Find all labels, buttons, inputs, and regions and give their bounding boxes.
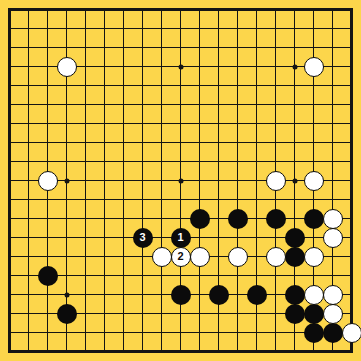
intersection-12-7[interactable] [209, 114, 228, 133]
intersection-15-16[interactable] [266, 285, 285, 304]
intersection-4-5[interactable] [57, 76, 76, 95]
intersection-3-19[interactable] [38, 342, 57, 361]
intersection-2-6[interactable] [19, 95, 38, 114]
intersection-2-3[interactable] [19, 38, 38, 57]
intersection-19-13[interactable] [342, 228, 361, 247]
intersection-2-13[interactable] [19, 228, 38, 247]
intersection-17-7[interactable] [304, 114, 323, 133]
intersection-9-5[interactable] [152, 76, 171, 95]
intersection-15-11[interactable] [266, 190, 285, 209]
intersection-10-12[interactable] [171, 209, 190, 228]
intersection-10-18[interactable] [171, 323, 190, 342]
intersection-16-15[interactable] [285, 266, 304, 285]
intersection-17-19[interactable] [304, 342, 323, 361]
intersection-2-15[interactable] [19, 266, 38, 285]
intersection-6-8[interactable] [95, 133, 114, 152]
intersection-7-1[interactable] [114, 0, 133, 19]
intersection-7-7[interactable] [114, 114, 133, 133]
intersection-19-4[interactable] [342, 57, 361, 76]
intersection-14-13[interactable] [247, 228, 266, 247]
intersection-19-9[interactable] [342, 152, 361, 171]
intersection-16-3[interactable] [285, 38, 304, 57]
intersection-18-8[interactable] [323, 133, 342, 152]
intersection-12-9[interactable] [209, 152, 228, 171]
intersection-6-5[interactable] [95, 76, 114, 95]
intersection-1-6[interactable] [0, 95, 19, 114]
intersection-11-2[interactable] [190, 19, 209, 38]
intersection-10-9[interactable] [171, 152, 190, 171]
intersection-9-13[interactable] [152, 228, 171, 247]
intersection-14-18[interactable] [247, 323, 266, 342]
intersection-18-6[interactable] [323, 95, 342, 114]
intersection-7-14[interactable] [114, 247, 133, 266]
intersection-5-7[interactable] [76, 114, 95, 133]
intersection-9-11[interactable] [152, 190, 171, 209]
intersection-10-3[interactable] [171, 38, 190, 57]
intersection-13-4[interactable] [228, 57, 247, 76]
intersection-10-5[interactable] [171, 76, 190, 95]
intersection-19-7[interactable] [342, 114, 361, 133]
intersection-5-17[interactable] [76, 304, 95, 323]
intersection-12-18[interactable] [209, 323, 228, 342]
intersection-3-6[interactable] [38, 95, 57, 114]
intersection-3-2[interactable] [38, 19, 57, 38]
intersection-6-10[interactable] [95, 171, 114, 190]
intersection-19-15[interactable] [342, 266, 361, 285]
intersection-7-8[interactable] [114, 133, 133, 152]
intersection-5-6[interactable] [76, 95, 95, 114]
intersection-8-5[interactable] [133, 76, 152, 95]
intersection-8-18[interactable] [133, 323, 152, 342]
intersection-3-12[interactable] [38, 209, 57, 228]
intersection-9-12[interactable] [152, 209, 171, 228]
intersection-13-8[interactable] [228, 133, 247, 152]
intersection-10-19[interactable] [171, 342, 190, 361]
intersection-3-1[interactable] [38, 0, 57, 19]
intersection-13-5[interactable] [228, 76, 247, 95]
intersection-19-12[interactable] [342, 209, 361, 228]
intersection-7-16[interactable] [114, 285, 133, 304]
intersection-4-11[interactable] [57, 190, 76, 209]
intersection-12-15[interactable] [209, 266, 228, 285]
intersection-8-3[interactable] [133, 38, 152, 57]
intersection-11-18[interactable] [190, 323, 209, 342]
intersection-8-7[interactable] [133, 114, 152, 133]
intersection-19-19[interactable] [342, 342, 361, 361]
intersection-7-3[interactable] [114, 38, 133, 57]
intersection-8-1[interactable] [133, 0, 152, 19]
intersection-16-9[interactable] [285, 152, 304, 171]
intersection-12-17[interactable] [209, 304, 228, 323]
intersection-11-16[interactable] [190, 285, 209, 304]
intersection-5-3[interactable] [76, 38, 95, 57]
intersection-16-1[interactable] [285, 0, 304, 19]
intersection-10-6[interactable] [171, 95, 190, 114]
intersection-9-8[interactable] [152, 133, 171, 152]
intersection-7-12[interactable] [114, 209, 133, 228]
intersection-18-19[interactable] [323, 342, 342, 361]
intersection-6-17[interactable] [95, 304, 114, 323]
intersection-15-13[interactable] [266, 228, 285, 247]
intersection-9-1[interactable] [152, 0, 171, 19]
intersection-12-19[interactable] [209, 342, 228, 361]
intersection-5-14[interactable] [76, 247, 95, 266]
intersection-4-13[interactable] [57, 228, 76, 247]
intersection-6-6[interactable] [95, 95, 114, 114]
intersection-6-1[interactable] [95, 0, 114, 19]
intersection-12-14[interactable] [209, 247, 228, 266]
intersection-3-14[interactable] [38, 247, 57, 266]
intersection-12-5[interactable] [209, 76, 228, 95]
intersection-8-6[interactable] [133, 95, 152, 114]
intersection-11-10[interactable] [190, 171, 209, 190]
intersection-11-8[interactable] [190, 133, 209, 152]
intersection-10-15[interactable] [171, 266, 190, 285]
intersection-1-4[interactable] [0, 57, 19, 76]
intersection-3-5[interactable] [38, 76, 57, 95]
intersection-19-2[interactable] [342, 19, 361, 38]
intersection-13-19[interactable] [228, 342, 247, 361]
intersection-17-6[interactable] [304, 95, 323, 114]
intersection-10-10[interactable] [171, 171, 190, 190]
intersection-8-12[interactable] [133, 209, 152, 228]
intersection-8-4[interactable] [133, 57, 152, 76]
intersection-13-16[interactable] [228, 285, 247, 304]
intersection-14-17[interactable] [247, 304, 266, 323]
intersection-6-19[interactable] [95, 342, 114, 361]
intersection-16-8[interactable] [285, 133, 304, 152]
intersection-9-16[interactable] [152, 285, 171, 304]
intersection-1-18[interactable] [0, 323, 19, 342]
intersection-9-19[interactable] [152, 342, 171, 361]
intersection-2-14[interactable] [19, 247, 38, 266]
intersection-2-5[interactable] [19, 76, 38, 95]
intersection-2-18[interactable] [19, 323, 38, 342]
intersection-16-6[interactable] [285, 95, 304, 114]
intersection-9-17[interactable] [152, 304, 171, 323]
intersection-7-11[interactable] [114, 190, 133, 209]
intersection-4-6[interactable] [57, 95, 76, 114]
intersection-8-15[interactable] [133, 266, 152, 285]
intersection-8-17[interactable] [133, 304, 152, 323]
intersection-7-9[interactable] [114, 152, 133, 171]
intersection-5-4[interactable] [76, 57, 95, 76]
intersection-14-11[interactable] [247, 190, 266, 209]
intersection-15-8[interactable] [266, 133, 285, 152]
intersection-12-2[interactable] [209, 19, 228, 38]
intersection-6-4[interactable] [95, 57, 114, 76]
intersection-16-19[interactable] [285, 342, 304, 361]
intersection-19-14[interactable] [342, 247, 361, 266]
intersection-16-4[interactable] [285, 57, 304, 76]
intersection-13-3[interactable] [228, 38, 247, 57]
intersection-10-4[interactable] [171, 57, 190, 76]
intersection-17-11[interactable] [304, 190, 323, 209]
intersection-5-12[interactable] [76, 209, 95, 228]
intersection-14-8[interactable] [247, 133, 266, 152]
intersection-1-9[interactable] [0, 152, 19, 171]
intersection-2-1[interactable] [19, 0, 38, 19]
intersection-9-18[interactable] [152, 323, 171, 342]
intersection-18-7[interactable] [323, 114, 342, 133]
intersection-12-1[interactable] [209, 0, 228, 19]
intersection-6-13[interactable] [95, 228, 114, 247]
intersection-5-16[interactable] [76, 285, 95, 304]
intersection-5-2[interactable] [76, 19, 95, 38]
intersection-18-15[interactable] [323, 266, 342, 285]
intersection-14-5[interactable] [247, 76, 266, 95]
intersection-19-8[interactable] [342, 133, 361, 152]
intersection-7-18[interactable] [114, 323, 133, 342]
intersection-19-6[interactable] [342, 95, 361, 114]
intersection-16-2[interactable] [285, 19, 304, 38]
intersection-13-1[interactable] [228, 0, 247, 19]
intersection-9-15[interactable] [152, 266, 171, 285]
intersection-2-17[interactable] [19, 304, 38, 323]
intersection-9-7[interactable] [152, 114, 171, 133]
intersection-16-5[interactable] [285, 76, 304, 95]
intersection-18-1[interactable] [323, 0, 342, 19]
intersection-3-13[interactable] [38, 228, 57, 247]
intersection-1-8[interactable] [0, 133, 19, 152]
intersection-13-6[interactable] [228, 95, 247, 114]
intersection-14-15[interactable] [247, 266, 266, 285]
intersection-9-10[interactable] [152, 171, 171, 190]
intersection-1-10[interactable] [0, 171, 19, 190]
intersection-8-8[interactable] [133, 133, 152, 152]
intersection-14-3[interactable] [247, 38, 266, 57]
intersection-2-10[interactable] [19, 171, 38, 190]
intersection-2-12[interactable] [19, 209, 38, 228]
intersection-4-12[interactable] [57, 209, 76, 228]
intersection-17-3[interactable] [304, 38, 323, 57]
intersection-2-9[interactable] [19, 152, 38, 171]
intersection-14-19[interactable] [247, 342, 266, 361]
intersection-7-4[interactable] [114, 57, 133, 76]
intersection-7-17[interactable] [114, 304, 133, 323]
intersection-13-18[interactable] [228, 323, 247, 342]
intersection-2-7[interactable] [19, 114, 38, 133]
intersection-8-19[interactable] [133, 342, 152, 361]
intersection-10-1[interactable] [171, 0, 190, 19]
intersection-18-4[interactable] [323, 57, 342, 76]
intersection-14-6[interactable] [247, 95, 266, 114]
intersection-17-15[interactable] [304, 266, 323, 285]
intersection-6-2[interactable] [95, 19, 114, 38]
intersection-17-5[interactable] [304, 76, 323, 95]
intersection-5-11[interactable] [76, 190, 95, 209]
intersection-3-11[interactable] [38, 190, 57, 209]
intersection-4-3[interactable] [57, 38, 76, 57]
intersection-19-10[interactable] [342, 171, 361, 190]
intersection-19-1[interactable] [342, 0, 361, 19]
intersection-3-18[interactable] [38, 323, 57, 342]
intersection-7-6[interactable] [114, 95, 133, 114]
intersection-9-6[interactable] [152, 95, 171, 114]
intersection-7-2[interactable] [114, 19, 133, 38]
intersection-12-4[interactable] [209, 57, 228, 76]
intersection-19-5[interactable] [342, 76, 361, 95]
intersection-4-9[interactable] [57, 152, 76, 171]
intersection-15-15[interactable] [266, 266, 285, 285]
intersection-4-1[interactable] [57, 0, 76, 19]
intersection-4-8[interactable] [57, 133, 76, 152]
intersection-6-3[interactable] [95, 38, 114, 57]
intersection-12-8[interactable] [209, 133, 228, 152]
intersection-5-15[interactable] [76, 266, 95, 285]
intersection-1-15[interactable] [0, 266, 19, 285]
intersection-15-6[interactable] [266, 95, 285, 114]
intersection-11-11[interactable] [190, 190, 209, 209]
intersection-10-7[interactable] [171, 114, 190, 133]
intersection-8-16[interactable] [133, 285, 152, 304]
intersection-19-17[interactable] [342, 304, 361, 323]
intersection-17-1[interactable] [304, 0, 323, 19]
intersection-6-18[interactable] [95, 323, 114, 342]
intersection-18-9[interactable] [323, 152, 342, 171]
intersection-18-5[interactable] [323, 76, 342, 95]
intersection-15-4[interactable] [266, 57, 285, 76]
intersection-3-16[interactable] [38, 285, 57, 304]
intersection-12-13[interactable] [209, 228, 228, 247]
intersection-5-8[interactable] [76, 133, 95, 152]
intersection-1-5[interactable] [0, 76, 19, 95]
intersection-6-12[interactable] [95, 209, 114, 228]
intersection-5-19[interactable] [76, 342, 95, 361]
intersection-2-2[interactable] [19, 19, 38, 38]
intersection-6-7[interactable] [95, 114, 114, 133]
intersection-19-11[interactable] [342, 190, 361, 209]
intersection-13-2[interactable] [228, 19, 247, 38]
intersection-5-9[interactable] [76, 152, 95, 171]
intersection-13-13[interactable] [228, 228, 247, 247]
intersection-18-2[interactable] [323, 19, 342, 38]
intersection-15-3[interactable] [266, 38, 285, 57]
intersection-3-9[interactable] [38, 152, 57, 171]
intersection-2-4[interactable] [19, 57, 38, 76]
intersection-12-11[interactable] [209, 190, 228, 209]
intersection-4-19[interactable] [57, 342, 76, 361]
intersection-16-18[interactable] [285, 323, 304, 342]
intersection-3-4[interactable] [38, 57, 57, 76]
intersection-5-5[interactable] [76, 76, 95, 95]
intersection-6-11[interactable] [95, 190, 114, 209]
intersection-1-19[interactable] [0, 342, 19, 361]
intersection-14-2[interactable] [247, 19, 266, 38]
intersection-18-14[interactable] [323, 247, 342, 266]
intersection-16-10[interactable] [285, 171, 304, 190]
intersection-5-1[interactable] [76, 0, 95, 19]
intersection-15-5[interactable] [266, 76, 285, 95]
intersection-5-18[interactable] [76, 323, 95, 342]
intersection-1-17[interactable] [0, 304, 19, 323]
intersection-19-16[interactable] [342, 285, 361, 304]
intersection-4-18[interactable] [57, 323, 76, 342]
intersection-14-9[interactable] [247, 152, 266, 171]
intersection-14-10[interactable] [247, 171, 266, 190]
intersection-8-10[interactable] [133, 171, 152, 190]
intersection-7-15[interactable] [114, 266, 133, 285]
intersection-17-8[interactable] [304, 133, 323, 152]
intersection-8-14[interactable] [133, 247, 152, 266]
intersection-13-9[interactable] [228, 152, 247, 171]
intersection-15-1[interactable] [266, 0, 285, 19]
intersection-16-12[interactable] [285, 209, 304, 228]
intersection-1-11[interactable] [0, 190, 19, 209]
intersection-15-2[interactable] [266, 19, 285, 38]
intersection-11-5[interactable] [190, 76, 209, 95]
intersection-18-11[interactable] [323, 190, 342, 209]
intersection-5-10[interactable] [76, 171, 95, 190]
intersection-6-15[interactable] [95, 266, 114, 285]
intersection-1-2[interactable] [0, 19, 19, 38]
intersection-1-1[interactable] [0, 0, 19, 19]
intersection-15-17[interactable] [266, 304, 285, 323]
intersection-1-12[interactable] [0, 209, 19, 228]
intersection-4-7[interactable] [57, 114, 76, 133]
intersection-14-14[interactable] [247, 247, 266, 266]
intersection-8-11[interactable] [133, 190, 152, 209]
intersection-11-13[interactable] [190, 228, 209, 247]
intersection-9-9[interactable] [152, 152, 171, 171]
intersection-6-9[interactable] [95, 152, 114, 171]
intersection-3-3[interactable] [38, 38, 57, 57]
intersection-7-10[interactable] [114, 171, 133, 190]
intersection-2-19[interactable] [19, 342, 38, 361]
intersection-14-1[interactable] [247, 0, 266, 19]
intersection-16-11[interactable] [285, 190, 304, 209]
intersection-15-7[interactable] [266, 114, 285, 133]
intersection-4-15[interactable] [57, 266, 76, 285]
intersection-1-13[interactable] [0, 228, 19, 247]
intersection-11-4[interactable] [190, 57, 209, 76]
intersection-1-16[interactable] [0, 285, 19, 304]
intersection-4-14[interactable] [57, 247, 76, 266]
intersection-11-1[interactable] [190, 0, 209, 19]
intersection-5-13[interactable] [76, 228, 95, 247]
intersection-1-7[interactable] [0, 114, 19, 133]
intersection-3-17[interactable] [38, 304, 57, 323]
intersection-12-3[interactable] [209, 38, 228, 57]
intersection-11-6[interactable] [190, 95, 209, 114]
intersection-2-8[interactable] [19, 133, 38, 152]
intersection-2-16[interactable] [19, 285, 38, 304]
intersection-12-12[interactable] [209, 209, 228, 228]
intersection-7-5[interactable] [114, 76, 133, 95]
intersection-10-11[interactable] [171, 190, 190, 209]
intersection-4-16[interactable] [57, 285, 76, 304]
intersection-10-8[interactable] [171, 133, 190, 152]
intersection-8-2[interactable] [133, 19, 152, 38]
intersection-11-7[interactable] [190, 114, 209, 133]
intersection-11-9[interactable] [190, 152, 209, 171]
intersection-11-3[interactable] [190, 38, 209, 57]
intersection-15-19[interactable] [266, 342, 285, 361]
intersection-16-7[interactable] [285, 114, 304, 133]
intersection-9-2[interactable] [152, 19, 171, 38]
intersection-19-3[interactable] [342, 38, 361, 57]
intersection-11-15[interactable] [190, 266, 209, 285]
intersection-4-2[interactable] [57, 19, 76, 38]
intersection-3-8[interactable] [38, 133, 57, 152]
intersection-18-10[interactable] [323, 171, 342, 190]
intersection-10-17[interactable] [171, 304, 190, 323]
intersection-6-16[interactable] [95, 285, 114, 304]
intersection-13-10[interactable] [228, 171, 247, 190]
intersection-11-17[interactable] [190, 304, 209, 323]
intersection-9-3[interactable] [152, 38, 171, 57]
intersection-1-3[interactable] [0, 38, 19, 57]
